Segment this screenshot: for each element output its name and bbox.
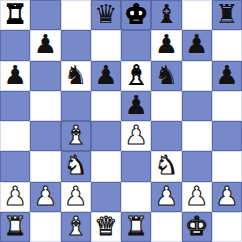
square-f4[interactable] [151,121,181,151]
piece-white-pawn: ♟ [215,182,238,211]
square-g6[interactable] [182,61,212,91]
square-b8[interactable] [30,0,60,30]
piece-black-king: ♚ [124,0,147,29]
square-h7[interactable] [212,30,242,60]
square-d3[interactable] [91,151,121,181]
piece-white-queen: ♛ [94,212,117,241]
piece-black-bishop: ♝ [155,0,178,29]
square-d7[interactable] [91,30,121,60]
piece-white-pawn: ♟ [185,182,208,211]
square-h4[interactable] [212,121,242,151]
piece-black-pawn: ♟ [94,61,117,90]
square-h3[interactable] [212,151,242,181]
piece-white-pawn: ♟ [34,182,57,211]
piece-black-pawn: ♟ [124,91,147,120]
square-e8[interactable]: ♚ [121,0,151,30]
square-b1[interactable] [30,212,60,242]
piece-black-bishop: ♝ [124,61,147,90]
square-c4[interactable]: ♝ [61,121,91,151]
square-a1[interactable]: ♜ [0,212,30,242]
square-f5[interactable] [151,91,181,121]
square-e7[interactable] [121,30,151,60]
piece-white-king: ♚ [185,212,208,241]
square-e3[interactable] [121,151,151,181]
square-c2[interactable]: ♟ [61,182,91,212]
piece-white-pawn: ♟ [3,182,26,211]
square-e4[interactable]: ♟ [121,121,151,151]
square-c5[interactable] [61,91,91,121]
square-h5[interactable] [212,91,242,121]
square-f1[interactable] [151,212,181,242]
square-b6[interactable] [30,61,60,91]
square-d5[interactable] [91,91,121,121]
piece-black-pawn: ♟ [185,30,208,59]
square-c3[interactable]: ♞ [61,151,91,181]
piece-black-pawn: ♟ [3,61,26,90]
piece-black-rook: ♜ [3,0,26,29]
piece-white-rook: ♜ [3,212,26,241]
piece-white-pawn: ♟ [155,182,178,211]
square-h6[interactable]: ♟ [212,61,242,91]
square-d6[interactable]: ♟ [91,61,121,91]
square-g7[interactable]: ♟ [182,30,212,60]
piece-white-pawn: ♟ [64,182,87,211]
square-e2[interactable] [121,182,151,212]
square-a3[interactable] [0,151,30,181]
piece-black-queen: ♛ [94,0,117,29]
piece-black-pawn: ♟ [34,30,57,59]
piece-black-knight: ♞ [64,61,87,90]
square-f6[interactable]: ♞ [151,61,181,91]
square-b3[interactable] [30,151,60,181]
square-b4[interactable] [30,121,60,151]
square-h8[interactable]: ♜ [212,0,242,30]
square-h1[interactable] [212,212,242,242]
square-a4[interactable] [0,121,30,151]
piece-black-pawn: ♟ [155,30,178,59]
piece-black-rook: ♜ [215,0,238,29]
piece-black-pawn: ♟ [215,61,238,90]
square-f7[interactable]: ♟ [151,30,181,60]
square-c1[interactable]: ♝ [61,212,91,242]
square-c6[interactable]: ♞ [61,61,91,91]
square-g2[interactable]: ♟ [182,182,212,212]
square-a7[interactable] [0,30,30,60]
square-g8[interactable] [182,0,212,30]
chess-board: ♜♛♚♝♜♟♟♟♟♞♟♝♞♟♟♝♟♞♞♟♟♟♟♟♟♜♝♛♜♚ [0,0,242,242]
square-b5[interactable] [30,91,60,121]
square-b2[interactable]: ♟ [30,182,60,212]
square-f3[interactable]: ♞ [151,151,181,181]
square-b7[interactable]: ♟ [30,30,60,60]
square-f8[interactable]: ♝ [151,0,181,30]
square-c7[interactable] [61,30,91,60]
square-f2[interactable]: ♟ [151,182,181,212]
piece-white-knight: ♞ [155,151,178,180]
square-e1[interactable]: ♜ [121,212,151,242]
square-d2[interactable] [91,182,121,212]
piece-white-knight: ♞ [64,151,87,180]
piece-white-pawn: ♟ [124,121,147,150]
square-a8[interactable]: ♜ [0,0,30,30]
square-e5[interactable]: ♟ [121,91,151,121]
square-e6[interactable]: ♝ [121,61,151,91]
piece-black-knight: ♞ [155,61,178,90]
square-d8[interactable]: ♛ [91,0,121,30]
square-g5[interactable] [182,91,212,121]
square-d4[interactable] [91,121,121,151]
square-a6[interactable]: ♟ [0,61,30,91]
square-a5[interactable] [0,91,30,121]
piece-white-rook: ♜ [124,212,147,241]
square-a2[interactable]: ♟ [0,182,30,212]
square-g3[interactable] [182,151,212,181]
square-c8[interactable] [61,0,91,30]
piece-white-bishop: ♝ [64,121,87,150]
piece-white-bishop: ♝ [64,212,87,241]
square-g1[interactable]: ♚ [182,212,212,242]
square-g4[interactable] [182,121,212,151]
square-d1[interactable]: ♛ [91,212,121,242]
square-h2[interactable]: ♟ [212,182,242,212]
